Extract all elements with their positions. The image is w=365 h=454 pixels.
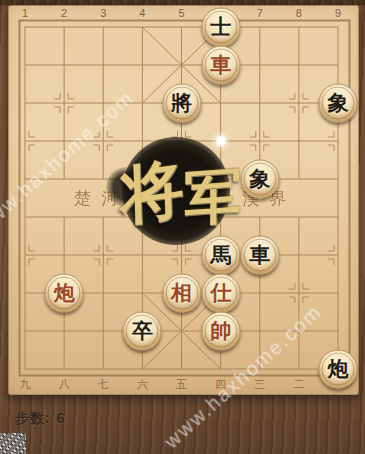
piece-black-chariot[interactable]: 車 <box>240 236 279 275</box>
piece-black-advisor[interactable]: 士 <box>201 8 240 47</box>
step-counter-value: 6 <box>57 410 66 426</box>
bottom-file-label: 六 <box>137 377 148 392</box>
top-file-label: 7 <box>257 7 263 19</box>
move-indicator-dot[interactable] <box>214 134 228 148</box>
top-file-label: 4 <box>139 7 145 19</box>
noise-artifact <box>0 433 26 454</box>
bottom-file-label: 三 <box>254 377 265 392</box>
bottom-file-label: 九 <box>20 377 31 392</box>
piece-black-pawn[interactable]: 卒 <box>123 312 162 351</box>
piece-red-cannon[interactable]: 炮 <box>45 274 84 313</box>
piece-black-cannon[interactable]: 炮 <box>319 350 358 389</box>
river-label-left: 楚河 <box>74 187 128 210</box>
board-grid <box>8 5 357 393</box>
step-counter-label: 步数: <box>15 410 51 426</box>
piece-red-chariot[interactable]: 車 <box>201 46 240 85</box>
top-file-label: 1 <box>22 7 28 19</box>
top-file-label: 2 <box>61 7 67 19</box>
piece-red-general[interactable]: 帥 <box>201 312 240 351</box>
piece-black-elephant[interactable]: 象 <box>319 84 358 123</box>
top-file-label: 5 <box>178 7 184 19</box>
top-file-label: 8 <box>296 7 302 19</box>
piece-black-general[interactable]: 將 <box>162 84 201 123</box>
xiangqi-app-screen: 123456789 九八七六五四三二一 楚河 漢界 将 军 士車將象象馬車炮相仕… <box>0 0 365 454</box>
piece-black-elephant[interactable]: 象 <box>240 160 279 199</box>
bottom-file-label: 二 <box>293 377 304 392</box>
bottom-file-label: 七 <box>98 377 109 392</box>
top-file-label: 9 <box>335 7 341 19</box>
step-counter: 步数:6 <box>15 410 65 428</box>
bottom-file-label: 五 <box>176 377 187 392</box>
piece-black-horse[interactable]: 馬 <box>201 236 240 275</box>
bottom-file-label: 八 <box>59 377 70 392</box>
piece-red-advisor[interactable]: 仕 <box>201 274 240 313</box>
piece-red-elephant[interactable]: 相 <box>162 274 201 313</box>
bottom-file-label: 四 <box>215 377 226 392</box>
top-file-label: 3 <box>100 7 106 19</box>
